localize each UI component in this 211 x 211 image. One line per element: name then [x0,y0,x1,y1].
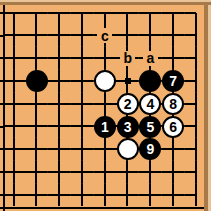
intersection [116,24,139,47]
intersection: a [139,47,162,70]
board-wood-edge-top [0,2,211,5]
board-wood-edge-right [204,2,208,211]
intersection [25,70,48,93]
intersection [139,24,162,47]
stone-white [117,138,139,160]
intersection [25,2,48,25]
intersection [116,2,139,25]
intersection [94,161,117,184]
intersection [25,47,48,70]
intersection [71,115,94,138]
intersection: 7 [162,70,185,93]
intersection [48,2,71,25]
move-number: 3 [124,120,132,134]
intersection [48,47,71,70]
stone-black [26,70,48,92]
intersection [162,47,185,70]
board-outer-margin-right [208,0,211,211]
intersection [116,138,139,161]
intersection [3,2,26,25]
intersection: 3 [116,115,139,138]
move-number: 1 [101,120,109,134]
intersection [48,70,71,93]
intersection [94,2,117,25]
intersection [3,24,26,47]
intersection [116,184,139,207]
intersection [3,161,26,184]
intersection [139,161,162,184]
intersection [162,161,185,184]
intersection [162,2,185,25]
intersection: 2 [116,93,139,116]
intersection [3,115,26,138]
move-number: 8 [169,97,177,111]
stone-black-move-3: 3 [117,116,139,138]
intersection: 5 [139,115,162,138]
intersection [3,93,26,116]
intersection [71,184,94,207]
intersection [25,184,48,207]
intersection [48,161,71,184]
point-label-b: b [120,51,135,66]
intersection: 6 [162,115,185,138]
intersection [25,24,48,47]
intersection [162,184,185,207]
intersection [71,93,94,116]
stone-white [94,70,116,92]
intersection [162,138,185,161]
move-number: 9 [147,142,155,156]
intersection [94,184,117,207]
intersection [71,161,94,184]
intersection [94,93,117,116]
intersection [94,47,117,70]
intersection [3,70,26,93]
intersection [25,93,48,116]
go-board-diagram: cba724813569 [0,0,211,211]
intersection [94,138,117,161]
intersection [116,70,139,93]
intersection [162,24,185,47]
intersection [48,24,71,47]
intersection [25,115,48,138]
intersection [71,47,94,70]
intersection [116,161,139,184]
stone-white-move-6: 6 [162,116,184,138]
intersection: 1 [94,115,117,138]
intersection: c [94,24,117,47]
stone-black [139,70,161,92]
move-number: 2 [124,97,132,111]
intersection [48,115,71,138]
point-label-c: c [97,28,112,43]
intersection [3,138,26,161]
diagram-crop-line-left [3,5,5,211]
stone-black-move-9: 9 [139,138,161,160]
intersection: 4 [139,93,162,116]
go-board-grid: cba724813569 [3,2,208,207]
intersection [25,161,48,184]
stone-black-move-5: 5 [139,116,161,138]
intersection: b [116,47,139,70]
intersection [94,70,117,93]
intersection [48,138,71,161]
intersection [71,70,94,93]
intersection [3,47,26,70]
move-number: 5 [147,120,155,134]
intersection [139,70,162,93]
diagram-crop-line-bottom [0,207,204,209]
intersection [48,93,71,116]
move-number: 4 [147,97,155,111]
move-number: 7 [169,74,177,88]
stone-black-move-1: 1 [94,116,116,138]
intersection [48,184,71,207]
intersection [139,184,162,207]
point-label-a: a [143,51,158,66]
intersection [71,2,94,25]
hoshi-star-point [125,78,131,84]
stone-white-move-8: 8 [162,93,184,115]
move-number: 6 [169,120,177,134]
intersection [25,138,48,161]
intersection: 8 [162,93,185,116]
stone-white-move-2: 2 [117,93,139,115]
intersection: 9 [139,138,162,161]
stone-black-move-7: 7 [162,70,184,92]
stone-white-move-4: 4 [139,93,161,115]
intersection [3,184,26,207]
intersection [71,138,94,161]
intersection [139,2,162,25]
intersection [71,24,94,47]
